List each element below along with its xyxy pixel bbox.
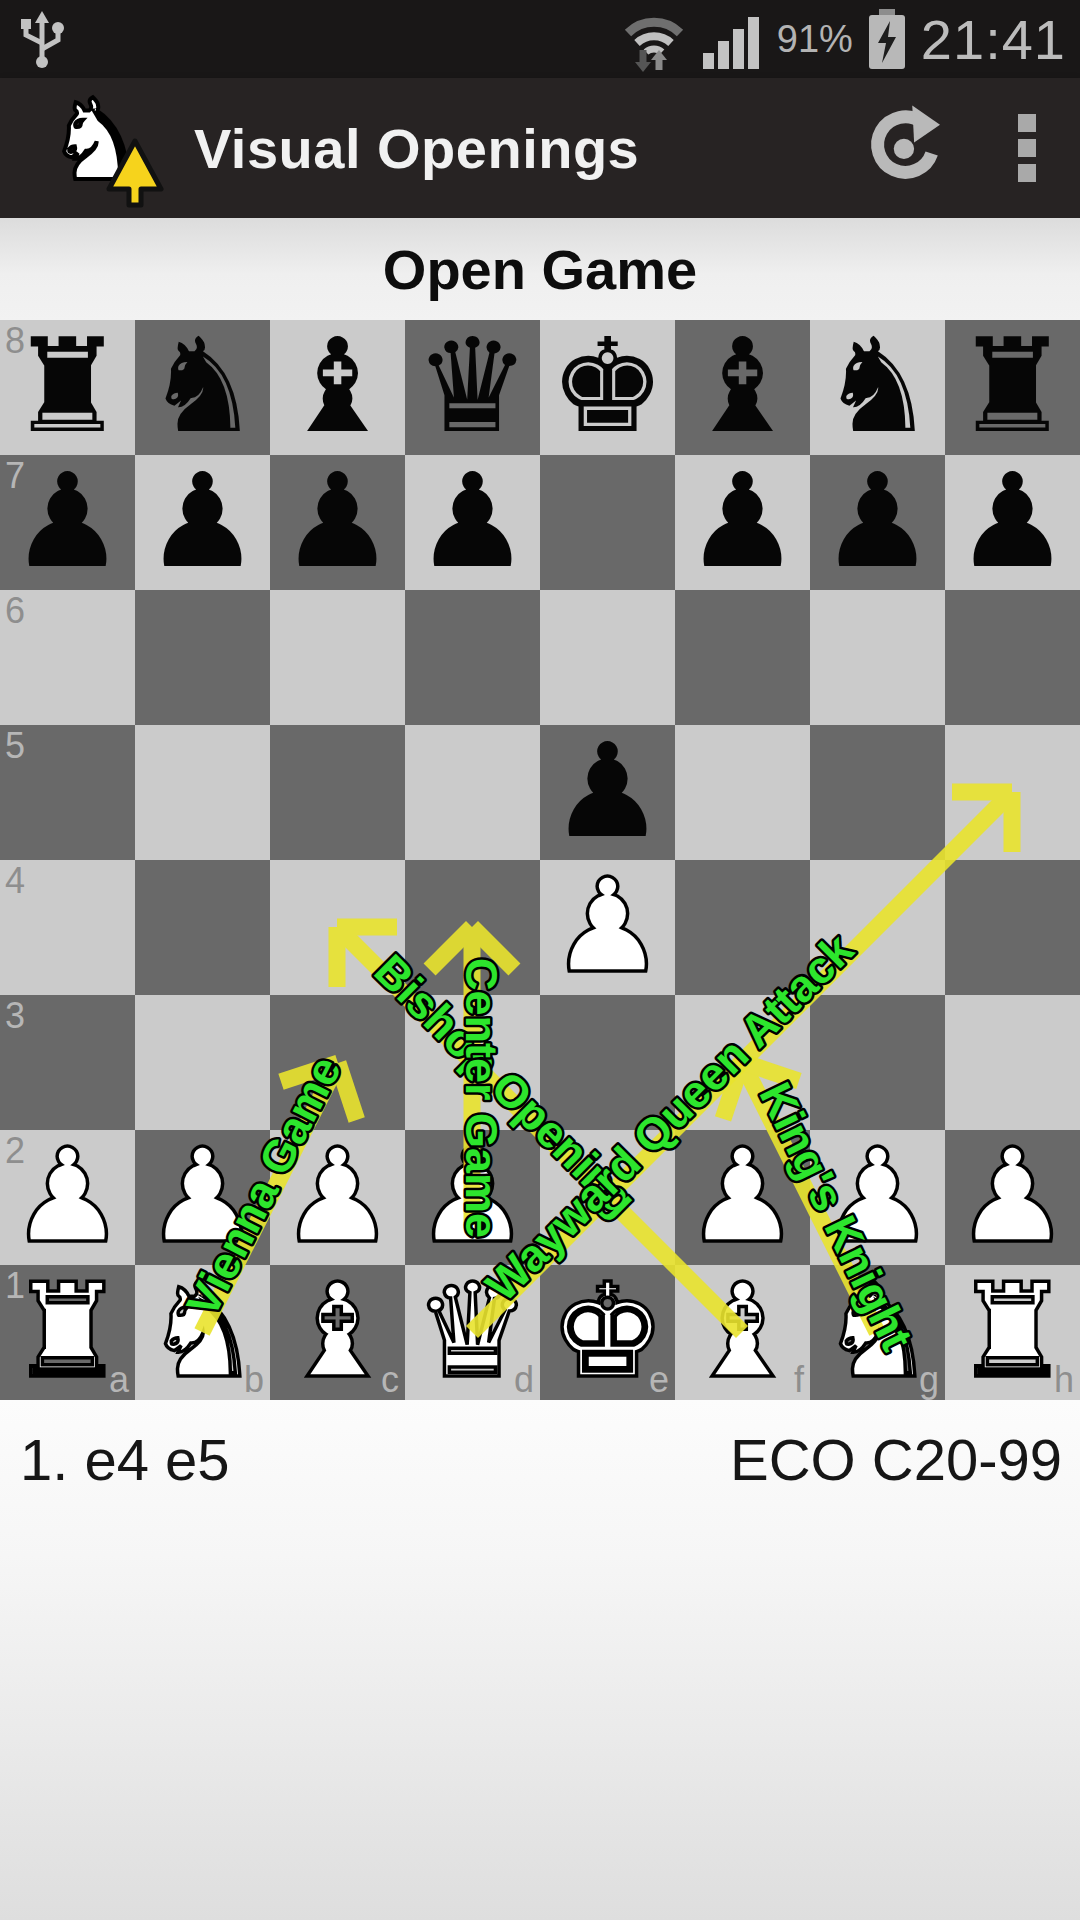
square-b5[interactable] xyxy=(135,725,270,860)
square-b3[interactable] xyxy=(135,995,270,1130)
square-e4[interactable]: ♟ xyxy=(540,860,675,995)
piece-black-pawn-g7: ♟ xyxy=(810,455,945,590)
square-g8[interactable]: ♞ xyxy=(810,320,945,455)
square-a2[interactable]: ♟2 xyxy=(0,1130,135,1265)
square-e3[interactable] xyxy=(540,995,675,1130)
square-h5[interactable] xyxy=(945,725,1080,860)
piece-white-pawn-b2: ♟ xyxy=(135,1130,270,1265)
overflow-menu-button[interactable] xyxy=(1018,114,1036,182)
square-b2[interactable]: ♟ xyxy=(135,1130,270,1265)
piece-black-pawn-f7: ♟ xyxy=(675,455,810,590)
square-f2[interactable]: ♟ xyxy=(675,1130,810,1265)
square-a6[interactable]: 6 xyxy=(0,590,135,725)
app-title: Visual Openings xyxy=(194,116,639,181)
square-d8[interactable]: ♛ xyxy=(405,320,540,455)
square-g5[interactable] xyxy=(810,725,945,860)
rank-label-1: 1 xyxy=(5,1268,25,1304)
square-b8[interactable]: ♞ xyxy=(135,320,270,455)
chess-board: ♜8♞♝♛♚♝♞♜♟7♟♟♟♟♟♟65♟4♟3♟2♟♟♟♟♟♟♜1a♞b♝c♛d… xyxy=(0,320,1080,1400)
opening-header: Open Game xyxy=(0,218,1080,320)
square-b1[interactable]: ♞b xyxy=(135,1265,270,1400)
info-area: 1. e4 e5 ECO C20-99 xyxy=(0,1400,1080,1920)
refresh-icon xyxy=(866,105,940,189)
square-f8[interactable]: ♝ xyxy=(675,320,810,455)
square-d1[interactable]: ♛d xyxy=(405,1265,540,1400)
square-c5[interactable] xyxy=(270,725,405,860)
square-g7[interactable]: ♟ xyxy=(810,455,945,590)
square-a7[interactable]: ♟7 xyxy=(0,455,135,590)
battery-percent: 91% xyxy=(777,18,853,61)
file-label-f: f xyxy=(794,1362,804,1398)
piece-black-bishop-f8: ♝ xyxy=(675,320,810,455)
square-e6[interactable] xyxy=(540,590,675,725)
square-e2[interactable] xyxy=(540,1130,675,1265)
piece-black-king-e8: ♚ xyxy=(540,320,675,455)
square-a1[interactable]: ♜1a xyxy=(0,1265,135,1400)
square-g6[interactable] xyxy=(810,590,945,725)
square-e8[interactable]: ♚ xyxy=(540,320,675,455)
square-h3[interactable] xyxy=(945,995,1080,1130)
piece-black-pawn-e5: ♟ xyxy=(540,725,675,860)
piece-black-pawn-c7: ♟ xyxy=(270,455,405,590)
square-g2[interactable]: ♟ xyxy=(810,1130,945,1265)
square-f1[interactable]: ♝f xyxy=(675,1265,810,1400)
square-f5[interactable] xyxy=(675,725,810,860)
file-label-h: h xyxy=(1054,1362,1074,1398)
square-h8[interactable]: ♜ xyxy=(945,320,1080,455)
square-a8[interactable]: ♜8 xyxy=(0,320,135,455)
square-d2[interactable]: ♟ xyxy=(405,1130,540,1265)
rank-label-2: 2 xyxy=(5,1133,25,1169)
square-h6[interactable] xyxy=(945,590,1080,725)
piece-black-pawn-b7: ♟ xyxy=(135,455,270,590)
piece-black-queen-d8: ♛ xyxy=(405,320,540,455)
square-e1[interactable]: ♚e xyxy=(540,1265,675,1400)
file-label-a: a xyxy=(109,1362,129,1398)
rank-label-5: 5 xyxy=(5,728,25,764)
square-f4[interactable] xyxy=(675,860,810,995)
square-a5[interactable]: 5 xyxy=(0,725,135,860)
piece-white-pawn-g2: ♟ xyxy=(810,1130,945,1265)
square-g1[interactable]: ♞g xyxy=(810,1265,945,1400)
eco-code: ECO C20-99 xyxy=(730,1426,1062,1493)
rank-label-4: 4 xyxy=(5,863,25,899)
square-g4[interactable] xyxy=(810,860,945,995)
rank-label-7: 7 xyxy=(5,458,25,494)
square-e7[interactable] xyxy=(540,455,675,590)
file-label-b: b xyxy=(244,1362,264,1398)
square-b4[interactable] xyxy=(135,860,270,995)
square-d5[interactable] xyxy=(405,725,540,860)
opening-title: Open Game xyxy=(383,237,697,302)
piece-black-knight-g8: ♞ xyxy=(810,320,945,455)
piece-black-pawn-h7: ♟ xyxy=(945,455,1080,590)
square-h4[interactable] xyxy=(945,860,1080,995)
square-d4[interactable] xyxy=(405,860,540,995)
rank-label-3: 3 xyxy=(5,998,25,1034)
square-e5[interactable]: ♟ xyxy=(540,725,675,860)
square-g3[interactable] xyxy=(810,995,945,1130)
signal-strength-icon xyxy=(701,7,763,71)
yellow-arrow-icon xyxy=(104,137,166,209)
piece-white-pawn-h2: ♟ xyxy=(945,1130,1080,1265)
refresh-button[interactable] xyxy=(866,105,940,192)
piece-black-bishop-c8: ♝ xyxy=(270,320,405,455)
clock: 21:41 xyxy=(921,7,1066,72)
square-b6[interactable] xyxy=(135,590,270,725)
piece-white-bishop-f1: ♝ xyxy=(675,1265,810,1400)
file-label-d: d xyxy=(514,1362,534,1398)
square-c1[interactable]: ♝c xyxy=(270,1265,405,1400)
square-a3[interactable]: 3 xyxy=(0,995,135,1130)
file-label-c: c xyxy=(381,1362,399,1398)
square-c3[interactable] xyxy=(270,995,405,1130)
square-c7[interactable]: ♟ xyxy=(270,455,405,590)
piece-white-pawn-d2: ♟ xyxy=(405,1130,540,1265)
piece-white-pawn-c2: ♟ xyxy=(270,1130,405,1265)
status-bar: 91% 21:41 xyxy=(0,0,1080,78)
file-label-g: g xyxy=(919,1362,939,1398)
square-h2[interactable]: ♟ xyxy=(945,1130,1080,1265)
square-a4[interactable]: 4 xyxy=(0,860,135,995)
square-c4[interactable] xyxy=(270,860,405,995)
rank-label-6: 6 xyxy=(5,593,25,629)
square-f3[interactable] xyxy=(675,995,810,1130)
rank-label-8: 8 xyxy=(5,323,25,359)
file-label-e: e xyxy=(649,1362,669,1398)
square-d7[interactable]: ♟ xyxy=(405,455,540,590)
wifi-icon xyxy=(621,6,687,72)
square-c6[interactable] xyxy=(270,590,405,725)
square-d3[interactable] xyxy=(405,995,540,1130)
piece-black-rook-h8: ♜ xyxy=(945,320,1080,455)
piece-white-pawn-e4: ♟ xyxy=(540,860,675,995)
app-logo-knight-icon: ♞ xyxy=(46,87,168,209)
square-c8[interactable]: ♝ xyxy=(270,320,405,455)
square-d6[interactable] xyxy=(405,590,540,725)
usb-icon xyxy=(16,9,68,69)
square-h1[interactable]: ♜h xyxy=(945,1265,1080,1400)
piece-black-knight-b8: ♞ xyxy=(135,320,270,455)
square-f7[interactable]: ♟ xyxy=(675,455,810,590)
square-h7[interactable]: ♟ xyxy=(945,455,1080,590)
battery-charging-icon xyxy=(867,7,907,71)
square-c2[interactable]: ♟ xyxy=(270,1130,405,1265)
square-b7[interactable]: ♟ xyxy=(135,455,270,590)
square-f6[interactable] xyxy=(675,590,810,725)
piece-black-pawn-d7: ♟ xyxy=(405,455,540,590)
move-list: 1. e4 e5 xyxy=(20,1426,230,1493)
piece-white-pawn-f2: ♟ xyxy=(675,1130,810,1265)
app-bar: ♞ Visual Openings xyxy=(0,78,1080,218)
